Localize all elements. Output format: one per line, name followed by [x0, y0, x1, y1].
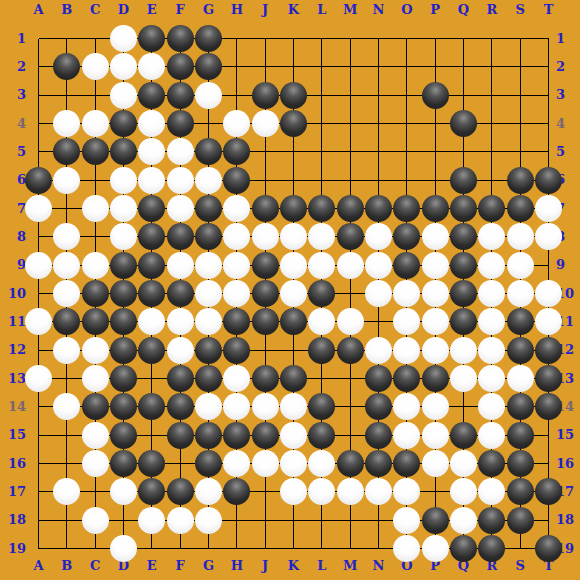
stone-C5-black — [82, 138, 109, 165]
col-label-top-B: B — [53, 2, 81, 18]
stone-P13-black — [422, 365, 449, 392]
stone-F10-black — [167, 280, 194, 307]
stone-F9-white — [167, 252, 194, 279]
stone-F5-white — [167, 138, 194, 165]
stone-P10-white — [422, 280, 449, 307]
col-label-top-G: G — [195, 2, 223, 18]
col-label-top-O: O — [393, 2, 421, 18]
row-label-left-5: 5 — [0, 144, 26, 160]
stone-S7-black — [507, 195, 534, 222]
stone-K13-black — [280, 365, 307, 392]
stone-J3-black — [252, 82, 279, 109]
col-label-top-P: P — [421, 2, 449, 18]
stone-P8-white — [422, 223, 449, 250]
col-label-top-T: T — [535, 2, 563, 18]
stone-Q16-white — [450, 450, 477, 477]
col-label-top-H: H — [223, 2, 251, 18]
stone-S15-black — [507, 422, 534, 449]
col-label-bottom-L: L — [308, 558, 336, 574]
stone-F4-black — [167, 110, 194, 137]
stone-C15-white — [82, 422, 109, 449]
stone-H12-black — [223, 337, 250, 364]
col-label-top-E: E — [138, 2, 166, 18]
stone-C12-white — [82, 337, 109, 364]
stone-P12-white — [422, 337, 449, 364]
stone-P9-white — [422, 252, 449, 279]
stone-T10-white — [535, 280, 562, 307]
stone-S18-black — [507, 507, 534, 534]
stone-B6-white — [53, 167, 80, 194]
stone-P16-white — [422, 450, 449, 477]
stone-K9-white — [280, 252, 307, 279]
stone-N15-black — [365, 422, 392, 449]
stone-D1-white — [110, 25, 137, 52]
row-label-left-6: 6 — [0, 172, 26, 188]
row-label-right-9: 9 — [556, 257, 580, 273]
stone-K7-black — [280, 195, 307, 222]
stone-S11-black — [507, 308, 534, 335]
stone-R12-white — [478, 337, 505, 364]
row-label-left-10: 10 — [0, 286, 26, 302]
stone-D16-black — [110, 450, 137, 477]
stone-F2-black — [167, 53, 194, 80]
stone-F6-white — [167, 167, 194, 194]
stone-G15-black — [195, 422, 222, 449]
row-label-left-9: 9 — [0, 257, 26, 273]
stone-G9-white — [195, 252, 222, 279]
stone-C4-white — [82, 110, 109, 137]
stone-Q13-white — [450, 365, 477, 392]
stone-S17-black — [507, 478, 534, 505]
stone-N12-white — [365, 337, 392, 364]
stone-P11-white — [422, 308, 449, 335]
row-label-left-4: 4 — [0, 116, 26, 132]
stone-C9-white — [82, 252, 109, 279]
stone-M8-black — [337, 223, 364, 250]
col-label-top-A: A — [25, 2, 53, 18]
stone-S14-black — [507, 393, 534, 420]
stone-D12-black — [110, 337, 137, 364]
stone-R15-white — [478, 422, 505, 449]
stone-E3-black — [138, 82, 165, 109]
stone-F18-white — [167, 507, 194, 534]
stone-B12-white — [53, 337, 80, 364]
stone-F17-black — [167, 478, 194, 505]
stone-D3-white — [110, 82, 137, 109]
stone-G16-black — [195, 450, 222, 477]
stone-F1-black — [167, 25, 194, 52]
stone-F11-white — [167, 308, 194, 335]
stone-E12-black — [138, 337, 165, 364]
stone-C2-white — [82, 53, 109, 80]
stone-E18-white — [138, 507, 165, 534]
stone-E6-white — [138, 167, 165, 194]
col-label-top-C: C — [81, 2, 109, 18]
stone-J8-white — [252, 223, 279, 250]
stone-F12-white — [167, 337, 194, 364]
stone-J9-black — [252, 252, 279, 279]
stone-P14-white — [422, 393, 449, 420]
stone-C11-black — [82, 308, 109, 335]
col-label-bottom-C: C — [81, 558, 109, 574]
stone-J10-black — [252, 280, 279, 307]
row-label-left-12: 12 — [0, 342, 26, 358]
col-label-bottom-H: H — [223, 558, 251, 574]
stone-M16-black — [337, 450, 364, 477]
stone-J13-black — [252, 365, 279, 392]
stone-G10-white — [195, 280, 222, 307]
stone-J11-black — [252, 308, 279, 335]
row-label-right-3: 3 — [556, 87, 580, 103]
col-label-bottom-A: A — [25, 558, 53, 574]
stone-Q18-white — [450, 507, 477, 534]
stone-C18-white — [82, 507, 109, 534]
row-label-right-4: 4 — [556, 116, 580, 132]
stone-P15-white — [422, 422, 449, 449]
stone-K15-white — [280, 422, 307, 449]
stone-P7-black — [422, 195, 449, 222]
stone-H15-black — [223, 422, 250, 449]
stone-L15-black — [308, 422, 335, 449]
col-label-bottom-F: F — [166, 558, 194, 574]
col-label-bottom-M: M — [336, 558, 364, 574]
stone-Q10-black — [450, 280, 477, 307]
col-label-bottom-J: J — [251, 558, 279, 574]
col-label-top-R: R — [478, 2, 506, 18]
row-label-right-16: 16 — [556, 456, 580, 472]
col-label-bottom-E: E — [138, 558, 166, 574]
stone-J16-white — [252, 450, 279, 477]
stone-G18-white — [195, 507, 222, 534]
stone-K3-black — [280, 82, 307, 109]
stone-J7-black — [252, 195, 279, 222]
row-label-right-15: 15 — [556, 427, 580, 443]
stone-S16-black — [507, 450, 534, 477]
stone-C7-white — [82, 195, 109, 222]
stone-P3-black — [422, 82, 449, 109]
row-label-right-1: 1 — [556, 31, 580, 47]
stone-H9-white — [223, 252, 250, 279]
stone-D7-white — [110, 195, 137, 222]
row-label-left-14: 14 — [0, 399, 26, 415]
stone-N9-white — [365, 252, 392, 279]
stone-G1-black — [195, 25, 222, 52]
col-label-top-L: L — [308, 2, 336, 18]
stone-D19-white — [110, 535, 137, 562]
row-label-left-2: 2 — [0, 59, 26, 75]
col-label-bottom-B: B — [53, 558, 81, 574]
row-label-left-8: 8 — [0, 229, 26, 245]
stone-T13-black — [535, 365, 562, 392]
stone-Q6-black — [450, 167, 477, 194]
stone-M7-black — [337, 195, 364, 222]
stone-F13-black — [167, 365, 194, 392]
col-label-top-J: J — [251, 2, 279, 18]
stone-O9-black — [393, 252, 420, 279]
stone-M11-white — [337, 308, 364, 335]
row-label-left-7: 7 — [0, 201, 26, 217]
stone-D15-black — [110, 422, 137, 449]
stone-A6-black — [25, 167, 52, 194]
stone-F8-black — [167, 223, 194, 250]
stone-S9-white — [507, 252, 534, 279]
stone-M12-black — [337, 337, 364, 364]
col-label-top-D: D — [110, 2, 138, 18]
col-label-bottom-N: N — [365, 558, 393, 574]
stone-G12-black — [195, 337, 222, 364]
stone-L9-white — [308, 252, 335, 279]
stone-Q12-white — [450, 337, 477, 364]
stone-R9-white — [478, 252, 505, 279]
stone-S12-black — [507, 337, 534, 364]
stone-J15-black — [252, 422, 279, 449]
stone-M9-white — [337, 252, 364, 279]
stone-C13-white — [82, 365, 109, 392]
stone-C16-white — [82, 450, 109, 477]
stone-G3-white — [195, 82, 222, 109]
stone-S8-white — [507, 223, 534, 250]
row-label-left-11: 11 — [0, 314, 26, 330]
stone-J14-white — [252, 393, 279, 420]
stone-S10-white — [507, 280, 534, 307]
stone-Q7-black — [450, 195, 477, 222]
stone-P18-black — [422, 507, 449, 534]
stone-D13-black — [110, 365, 137, 392]
stone-K10-white — [280, 280, 307, 307]
stone-Q19-black — [450, 535, 477, 562]
stone-T19-black — [535, 535, 562, 562]
stone-A13-white — [25, 365, 52, 392]
row-label-left-3: 3 — [0, 87, 26, 103]
stone-N16-black — [365, 450, 392, 477]
stone-Q9-black — [450, 252, 477, 279]
stone-P19-white — [422, 535, 449, 562]
stone-D9-black — [110, 252, 137, 279]
stone-S6-black — [507, 167, 534, 194]
stone-C14-black — [82, 393, 109, 420]
row-label-right-18: 18 — [556, 512, 580, 528]
col-label-top-K: K — [280, 2, 308, 18]
stone-F15-black — [167, 422, 194, 449]
row-label-left-16: 16 — [0, 456, 26, 472]
stone-E9-black — [138, 252, 165, 279]
row-label-right-5: 5 — [556, 144, 580, 160]
stone-S13-white — [507, 365, 534, 392]
row-label-left-17: 17 — [0, 484, 26, 500]
go-board[interactable]: AABBCCDDEEFFGGHHJJKKLLMMNNOOPPQQRRSSTT11… — [0, 0, 580, 580]
stone-O15-white — [393, 422, 420, 449]
stone-N10-white — [365, 280, 392, 307]
stone-J4-white — [252, 110, 279, 137]
stone-B9-white — [53, 252, 80, 279]
col-label-bottom-K: K — [280, 558, 308, 574]
row-label-right-2: 2 — [556, 59, 580, 75]
stone-D4-black — [110, 110, 137, 137]
stone-L12-black — [308, 337, 335, 364]
stone-N13-black — [365, 365, 392, 392]
col-label-top-M: M — [336, 2, 364, 18]
stone-Q4-black — [450, 110, 477, 137]
stone-A7-white — [25, 195, 52, 222]
stone-T7-white — [535, 195, 562, 222]
stone-K16-white — [280, 450, 307, 477]
stone-G7-black — [195, 195, 222, 222]
col-label-top-F: F — [166, 2, 194, 18]
row-label-left-19: 19 — [0, 541, 26, 557]
stone-M17-white — [337, 478, 364, 505]
row-label-left-1: 1 — [0, 31, 26, 47]
col-label-top-N: N — [365, 2, 393, 18]
stone-N7-black — [365, 195, 392, 222]
stone-O12-white — [393, 337, 420, 364]
stone-C10-black — [82, 280, 109, 307]
stone-F3-black — [167, 82, 194, 109]
stone-D6-white — [110, 167, 137, 194]
col-label-bottom-S: S — [506, 558, 534, 574]
col-label-top-Q: Q — [450, 2, 478, 18]
stone-F14-black — [167, 393, 194, 420]
stone-R18-black — [478, 507, 505, 534]
stone-H6-black — [223, 167, 250, 194]
stone-G6-white — [195, 167, 222, 194]
stone-T6-black — [535, 167, 562, 194]
stone-F7-white — [167, 195, 194, 222]
col-label-top-S: S — [506, 2, 534, 18]
stone-A9-white — [25, 252, 52, 279]
row-label-left-15: 15 — [0, 427, 26, 443]
stone-O18-white — [393, 507, 420, 534]
stone-Q15-black — [450, 422, 477, 449]
row-label-left-13: 13 — [0, 371, 26, 387]
stone-G13-black — [195, 365, 222, 392]
stone-K4-black — [280, 110, 307, 137]
col-label-bottom-G: G — [195, 558, 223, 574]
row-label-left-18: 18 — [0, 512, 26, 528]
stone-T12-black — [535, 337, 562, 364]
stone-D10-black — [110, 280, 137, 307]
